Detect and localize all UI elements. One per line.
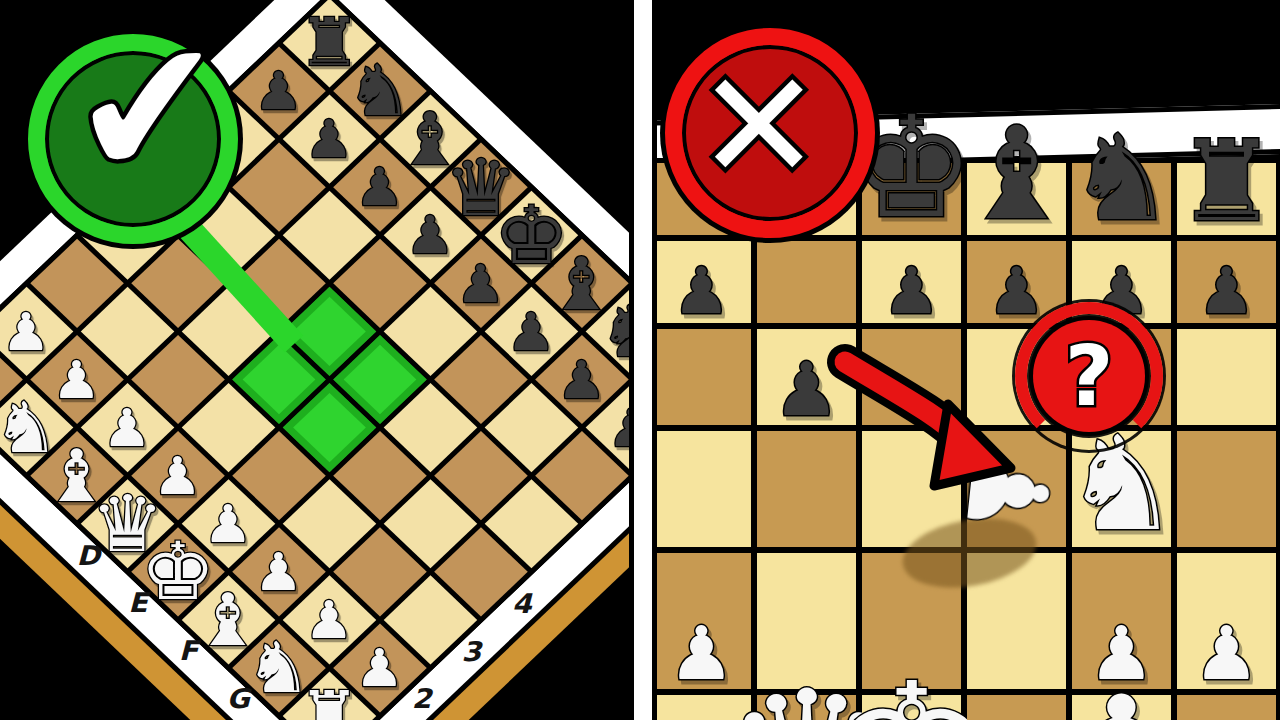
- square[interactable]: ♟: [967, 241, 1066, 323]
- square[interactable]: [757, 431, 856, 547]
- file-label-E: E: [122, 587, 153, 617]
- square[interactable]: ♟: [652, 241, 751, 323]
- file-label-F: F: [172, 635, 204, 665]
- question-badge: ?: [1033, 320, 1145, 432]
- white-pawn[interactable]: ♟: [1193, 619, 1259, 687]
- check-badge: ✔: [28, 34, 238, 244]
- rank-label-3: 3: [456, 636, 487, 666]
- thumbnail-canvas: ♜♞♝♛♚♝♞♜♟♟♟♟♟♟♟♟♟♟♟♟♟♟♟♟♜♞♝♛♚♝♞♜ DEFG123…: [0, 0, 1280, 720]
- square[interactable]: ♚: [862, 695, 961, 720]
- x-badge: ✕: [665, 28, 875, 238]
- left-panel-correct: ♜♞♝♛♚♝♞♜♟♟♟♟♟♟♟♟♟♟♟♟♟♟♟♟♜♞♝♛♚♝♞♜ DEFG123…: [0, 0, 633, 720]
- check-icon: ✔: [65, 12, 233, 207]
- fallen-white-pawn: ♟: [949, 436, 1067, 544]
- square[interactable]: [862, 329, 961, 425]
- square[interactable]: ♜: [1177, 163, 1276, 235]
- black-pawn[interactable]: ♟: [988, 262, 1045, 321]
- square[interactable]: [1177, 695, 1276, 720]
- right-panel-wrong: ♚♝♞♜♟♟♟♟♟♟♞♟♟♟♟♛♚♝ ♟ ? ✕: [647, 0, 1280, 720]
- rank-label-4: 4: [506, 588, 537, 618]
- x-icon: ✕: [696, 51, 822, 201]
- square[interactable]: [652, 329, 751, 425]
- square[interactable]: [652, 431, 751, 547]
- black-pawn[interactable]: ♟: [773, 355, 839, 423]
- square[interactable]: ♝: [967, 163, 1066, 235]
- black-pawn[interactable]: ♟: [1198, 262, 1255, 321]
- panel-divider: [629, 0, 657, 720]
- square[interactable]: [757, 241, 856, 323]
- square[interactable]: ♟: [757, 329, 856, 425]
- black-knight[interactable]: ♞: [1069, 124, 1175, 233]
- black-pawn[interactable]: ♟: [883, 262, 940, 321]
- square[interactable]: ♚: [862, 163, 961, 235]
- black-bishop[interactable]: ♝: [959, 115, 1074, 233]
- question-icon: ?: [1065, 334, 1114, 418]
- file-label-D: D: [72, 540, 103, 570]
- file-label-G: G: [222, 683, 253, 713]
- black-rook[interactable]: ♜: [1176, 130, 1276, 233]
- square[interactable]: [1177, 431, 1276, 547]
- rank-label-2: 2: [406, 683, 438, 713]
- square[interactable]: ♟: [1177, 241, 1276, 323]
- square[interactable]: ♞: [1072, 163, 1171, 235]
- square[interactable]: [1177, 329, 1276, 425]
- square[interactable]: ♟: [862, 241, 961, 323]
- black-pawn[interactable]: ♟: [673, 262, 730, 321]
- square[interactable]: ♝: [1072, 695, 1171, 720]
